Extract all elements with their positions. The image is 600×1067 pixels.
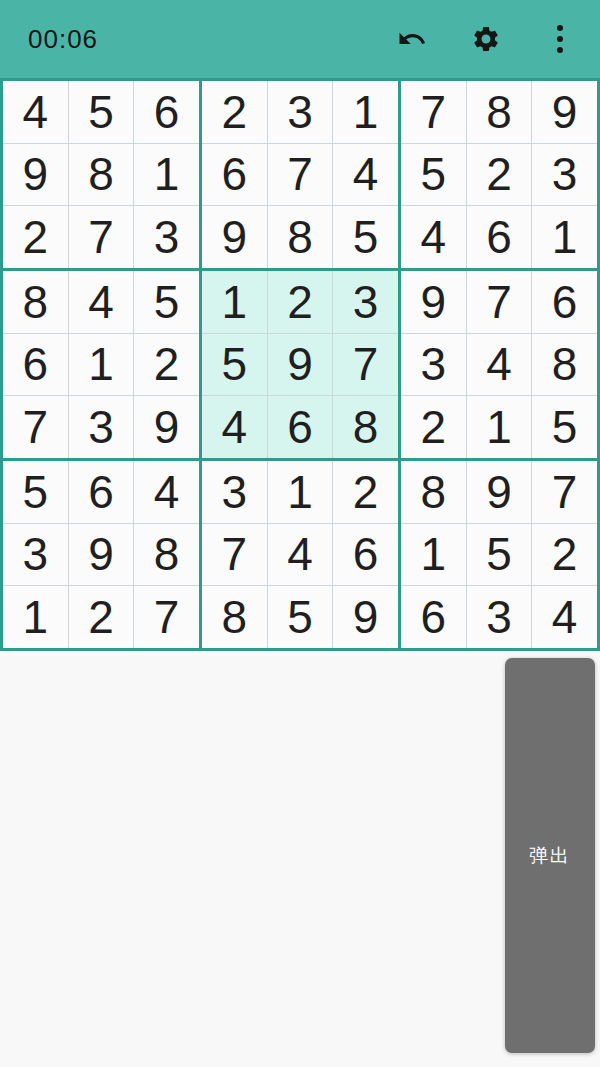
sudoku-cell[interactable]: 9 [268, 334, 333, 396]
sudoku-cell[interactable]: 5 [333, 206, 398, 268]
game-timer: 00:06 [28, 24, 98, 55]
sudoku-cell[interactable]: 6 [467, 206, 532, 268]
sudoku-cell[interactable]: 5 [202, 334, 267, 396]
sudoku-block: 845612739 [3, 271, 199, 458]
sudoku-cell[interactable]: 9 [69, 524, 134, 586]
sudoku-cell[interactable]: 3 [134, 206, 199, 268]
sudoku-cell[interactable]: 9 [333, 586, 398, 648]
sudoku-cell[interactable]: 7 [202, 524, 267, 586]
sudoku-cell[interactable]: 8 [69, 144, 134, 206]
sudoku-cell[interactable]: 8 [202, 586, 267, 648]
sudoku-cell[interactable]: 1 [134, 144, 199, 206]
sudoku-cell[interactable]: 7 [401, 81, 466, 143]
sudoku-cell[interactable]: 2 [134, 334, 199, 396]
sudoku-block: 897152634 [401, 461, 597, 648]
sudoku-cell[interactable]: 4 [3, 81, 68, 143]
sudoku-cell[interactable]: 2 [333, 461, 398, 523]
sudoku-cell[interactable]: 6 [268, 396, 333, 458]
sudoku-cell[interactable]: 3 [532, 144, 597, 206]
sudoku-cell[interactable]: 7 [467, 271, 532, 333]
sudoku-cell[interactable]: 3 [268, 81, 333, 143]
sudoku-cell[interactable]: 6 [401, 586, 466, 648]
sudoku-cell[interactable]: 4 [401, 206, 466, 268]
sudoku-cell[interactable]: 9 [532, 81, 597, 143]
sudoku-cell[interactable]: 8 [333, 396, 398, 458]
sudoku-cell[interactable]: 1 [401, 524, 466, 586]
settings-button[interactable] [470, 23, 502, 55]
app-bar-actions [396, 23, 576, 55]
sudoku-cell[interactable]: 7 [333, 334, 398, 396]
sudoku-cell[interactable]: 8 [532, 334, 597, 396]
popout-button[interactable]: 弹出 [505, 658, 595, 1053]
sudoku-cell[interactable]: 6 [69, 461, 134, 523]
bottom-area: 弹出 [0, 651, 600, 1067]
sudoku-cell[interactable]: 7 [268, 144, 333, 206]
sudoku-cell[interactable]: 5 [467, 524, 532, 586]
undo-button[interactable] [396, 23, 428, 55]
sudoku-cell[interactable]: 3 [202, 461, 267, 523]
undo-icon [397, 24, 427, 54]
sudoku-cell[interactable]: 8 [3, 271, 68, 333]
sudoku-cell[interactable]: 8 [467, 81, 532, 143]
sudoku-cell[interactable]: 2 [268, 271, 333, 333]
sudoku-cell[interactable]: 1 [268, 461, 333, 523]
sudoku-cell[interactable]: 7 [3, 396, 68, 458]
sudoku-cell[interactable]: 7 [69, 206, 134, 268]
sudoku-cell[interactable]: 7 [134, 586, 199, 648]
sudoku-board: 4569812732316749857895234618456127391235… [0, 78, 600, 651]
sudoku-cell[interactable]: 3 [333, 271, 398, 333]
sudoku-cell[interactable]: 4 [202, 396, 267, 458]
sudoku-cell[interactable]: 6 [333, 524, 398, 586]
sudoku-cell[interactable]: 1 [532, 206, 597, 268]
sudoku-block: 231674985 [202, 81, 398, 268]
sudoku-block: 123597468 [202, 271, 398, 458]
sudoku-cell[interactable]: 7 [532, 461, 597, 523]
sudoku-cell[interactable]: 4 [69, 271, 134, 333]
sudoku-cell[interactable]: 8 [134, 524, 199, 586]
sudoku-cell[interactable]: 9 [3, 144, 68, 206]
sudoku-cell[interactable]: 2 [69, 586, 134, 648]
sudoku-cell[interactable]: 2 [401, 396, 466, 458]
sudoku-cell[interactable]: 5 [69, 81, 134, 143]
sudoku-cell[interactable]: 1 [69, 334, 134, 396]
gear-icon [471, 24, 501, 54]
overflow-menu-icon [557, 25, 563, 53]
sudoku-cell[interactable]: 3 [401, 334, 466, 396]
sudoku-cell[interactable]: 1 [3, 586, 68, 648]
sudoku-cell[interactable]: 4 [134, 461, 199, 523]
sudoku-cell[interactable]: 9 [134, 396, 199, 458]
sudoku-cell[interactable]: 4 [467, 334, 532, 396]
sudoku-block: 564398127 [3, 461, 199, 648]
sudoku-block: 789523461 [401, 81, 597, 268]
sudoku-cell[interactable]: 3 [467, 586, 532, 648]
sudoku-cell[interactable]: 6 [202, 144, 267, 206]
sudoku-block: 456981273 [3, 81, 199, 268]
sudoku-cell[interactable]: 2 [202, 81, 267, 143]
sudoku-block: 312746859 [202, 461, 398, 648]
sudoku-cell[interactable]: 6 [134, 81, 199, 143]
sudoku-cell[interactable]: 8 [401, 461, 466, 523]
overflow-menu-button[interactable] [544, 23, 576, 55]
sudoku-cell[interactable]: 2 [3, 206, 68, 268]
sudoku-cell[interactable]: 5 [401, 144, 466, 206]
sudoku-cell[interactable]: 4 [268, 524, 333, 586]
sudoku-cell[interactable]: 1 [333, 81, 398, 143]
sudoku-cell[interactable]: 3 [69, 396, 134, 458]
sudoku-cell[interactable]: 9 [401, 271, 466, 333]
sudoku-cell[interactable]: 5 [532, 396, 597, 458]
sudoku-cell[interactable]: 4 [333, 144, 398, 206]
sudoku-cell[interactable]: 9 [467, 461, 532, 523]
sudoku-cell[interactable]: 2 [532, 524, 597, 586]
sudoku-cell[interactable]: 5 [3, 461, 68, 523]
sudoku-cell[interactable]: 5 [268, 586, 333, 648]
app-bar: 00:06 [0, 0, 600, 78]
sudoku-cell[interactable]: 1 [467, 396, 532, 458]
sudoku-cell[interactable]: 6 [532, 271, 597, 333]
sudoku-cell[interactable]: 1 [202, 271, 267, 333]
sudoku-cell[interactable]: 4 [532, 586, 597, 648]
sudoku-cell[interactable]: 2 [467, 144, 532, 206]
sudoku-cell[interactable]: 9 [202, 206, 267, 268]
sudoku-cell[interactable]: 6 [3, 334, 68, 396]
sudoku-cell[interactable]: 8 [268, 206, 333, 268]
sudoku-cell[interactable]: 5 [134, 271, 199, 333]
sudoku-cell[interactable]: 3 [3, 524, 68, 586]
sudoku-block: 976348215 [401, 271, 597, 458]
